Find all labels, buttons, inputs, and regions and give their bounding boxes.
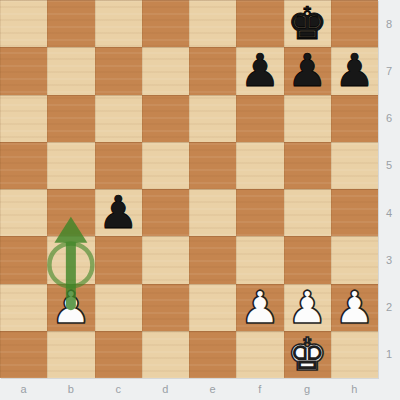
square-d3[interactable] [142,236,189,283]
piece-black-pawn-f7[interactable]: ♟ [236,47,283,94]
square-c7[interactable] [95,47,142,94]
square-b1[interactable] [47,331,94,378]
piece-black-pawn-h7[interactable]: ♟ [331,47,378,94]
file-label-g: g [284,378,331,400]
rank-labels: 87654321 [378,0,400,378]
square-h8[interactable] [331,0,378,47]
square-a6[interactable] [0,95,47,142]
square-c4[interactable]: ♟ [95,189,142,236]
square-e3[interactable] [189,236,236,283]
square-h2[interactable]: ♟ [331,284,378,331]
rank-label-1: 1 [378,331,400,378]
file-label-b: b [47,378,94,400]
square-f2[interactable]: ♟ [236,284,283,331]
square-b7[interactable] [47,47,94,94]
piece-black-pawn-c4[interactable]: ♟ [95,189,142,236]
square-b3[interactable] [47,236,94,283]
piece-white-pawn-b2[interactable]: ♟ [47,284,94,331]
square-h7[interactable]: ♟ [331,47,378,94]
square-e2[interactable] [189,284,236,331]
square-c5[interactable] [95,142,142,189]
square-c3[interactable] [95,236,142,283]
square-e1[interactable] [189,331,236,378]
square-b6[interactable] [47,95,94,142]
square-a8[interactable] [0,0,47,47]
square-g5[interactable] [284,142,331,189]
rank-label-3: 3 [378,236,400,283]
square-b8[interactable] [47,0,94,47]
square-a3[interactable] [0,236,47,283]
file-label-d: d [142,378,189,400]
square-h1[interactable] [331,331,378,378]
piece-white-pawn-g2[interactable]: ♟ [284,284,331,331]
square-g6[interactable] [284,95,331,142]
square-e8[interactable] [189,0,236,47]
square-d2[interactable] [142,284,189,331]
piece-white-king-g1[interactable]: ♚ [284,331,331,378]
square-a5[interactable] [0,142,47,189]
square-d7[interactable] [142,47,189,94]
file-label-e: e [189,378,236,400]
piece-black-pawn-g7[interactable]: ♟ [284,47,331,94]
square-b2[interactable]: ♟ [47,284,94,331]
square-d8[interactable] [142,0,189,47]
square-h6[interactable] [331,95,378,142]
square-b4[interactable] [47,189,94,236]
square-a7[interactable] [0,47,47,94]
piece-white-pawn-f2[interactable]: ♟ [236,284,283,331]
rank-label-7: 7 [378,47,400,94]
square-f1[interactable] [236,331,283,378]
square-h3[interactable] [331,236,378,283]
square-f4[interactable] [236,189,283,236]
square-b5[interactable] [47,142,94,189]
file-label-a: a [0,378,47,400]
square-g3[interactable] [284,236,331,283]
file-label-c: c [95,378,142,400]
rank-label-5: 5 [378,142,400,189]
square-g2[interactable]: ♟ [284,284,331,331]
rank-label-2: 2 [378,284,400,331]
rank-label-8: 8 [378,0,400,47]
square-f8[interactable] [236,0,283,47]
square-g8[interactable]: ♚ [284,0,331,47]
square-d6[interactable] [142,95,189,142]
square-e5[interactable] [189,142,236,189]
square-g1[interactable]: ♚ [284,331,331,378]
square-f7[interactable]: ♟ [236,47,283,94]
square-h5[interactable] [331,142,378,189]
chess-app: ♚♟♟♟♟♟♟♟♟♚ 87654321 abcdefgh [0,0,400,400]
square-e7[interactable] [189,47,236,94]
piece-black-king-g8[interactable]: ♚ [284,0,331,47]
square-d4[interactable] [142,189,189,236]
chess-board: ♚♟♟♟♟♟♟♟♟♚ [0,0,378,378]
piece-white-pawn-h2[interactable]: ♟ [331,284,378,331]
square-c1[interactable] [95,331,142,378]
rank-label-4: 4 [378,189,400,236]
rank-label-6: 6 [378,95,400,142]
file-label-h: h [331,378,378,400]
square-g4[interactable] [284,189,331,236]
square-a2[interactable] [0,284,47,331]
square-h4[interactable] [331,189,378,236]
square-c8[interactable] [95,0,142,47]
square-d1[interactable] [142,331,189,378]
square-c6[interactable] [95,95,142,142]
square-e6[interactable] [189,95,236,142]
file-label-f: f [236,378,283,400]
square-f6[interactable] [236,95,283,142]
square-a4[interactable] [0,189,47,236]
file-labels: abcdefgh [0,378,378,400]
square-f3[interactable] [236,236,283,283]
square-c2[interactable] [95,284,142,331]
square-g7[interactable]: ♟ [284,47,331,94]
square-f5[interactable] [236,142,283,189]
square-d5[interactable] [142,142,189,189]
square-a1[interactable] [0,331,47,378]
square-e4[interactable] [189,189,236,236]
